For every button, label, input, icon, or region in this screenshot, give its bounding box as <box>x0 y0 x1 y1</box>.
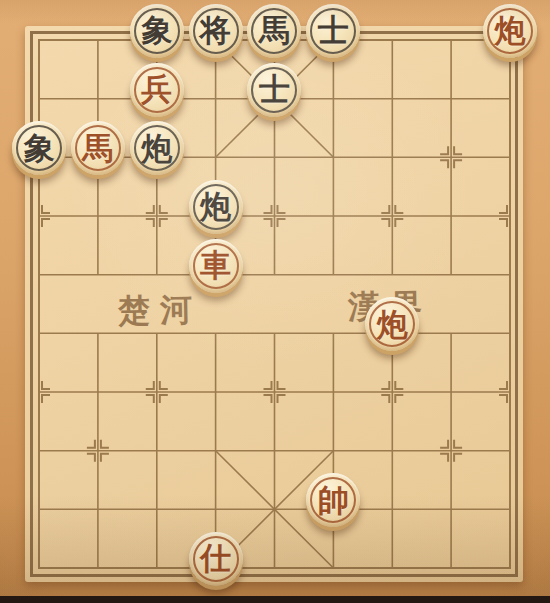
piece-glyph: 馬 <box>82 133 113 164</box>
piece-glyph: 炮 <box>494 15 525 46</box>
piece-glyph: 将 <box>200 15 231 46</box>
piece-black-elephant[interactable]: 象 <box>130 4 184 58</box>
piece-red-cannon[interactable]: 炮 <box>365 297 419 351</box>
piece-black-cannon[interactable]: 炮 <box>189 180 243 234</box>
piece-black-cannon[interactable]: 炮 <box>130 121 184 175</box>
piece-red-cannon[interactable]: 炮 <box>483 4 537 58</box>
piece-red-pawn[interactable]: 兵 <box>130 63 184 117</box>
piece-layer: 象将馬士炮兵士象馬炮炮車炮帥仕 <box>10 11 540 598</box>
piece-glyph: 士 <box>318 15 349 46</box>
piece-red-chariot[interactable]: 車 <box>189 239 243 293</box>
xiangqi-board-screenshot: 楚河 漢界 象将馬士炮兵士象馬炮炮車炮帥仕 <box>0 0 550 603</box>
piece-red-advisor[interactable]: 仕 <box>189 532 243 586</box>
piece-glyph: 馬 <box>259 15 290 46</box>
piece-glyph: 兵 <box>141 74 172 105</box>
piece-black-horse[interactable]: 馬 <box>247 4 301 58</box>
piece-black-advisor[interactable]: 士 <box>306 4 360 58</box>
piece-glyph: 炮 <box>141 133 172 164</box>
piece-black-elephant[interactable]: 象 <box>12 121 66 175</box>
piece-red-horse[interactable]: 馬 <box>71 121 125 175</box>
piece-glyph: 象 <box>23 133 54 164</box>
piece-glyph: 炮 <box>377 309 408 340</box>
piece-black-general[interactable]: 将 <box>189 4 243 58</box>
bottom-dark-bar <box>0 596 550 603</box>
piece-glyph: 士 <box>259 74 290 105</box>
piece-glyph: 車 <box>200 250 231 281</box>
piece-glyph: 帥 <box>318 485 349 516</box>
piece-red-general[interactable]: 帥 <box>306 473 360 527</box>
piece-black-advisor[interactable]: 士 <box>247 63 301 117</box>
piece-glyph: 炮 <box>200 191 231 222</box>
piece-glyph: 仕 <box>200 543 231 574</box>
piece-glyph: 象 <box>141 15 172 46</box>
